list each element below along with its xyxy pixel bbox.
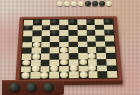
captured-piece-black[interactable] — [9, 83, 20, 92]
white-piece[interactable] — [60, 72, 68, 78]
white-piece[interactable] — [51, 66, 59, 72]
board-grid — [20, 19, 117, 79]
captured-pieces-top-tray — [57, 1, 112, 6]
checkers-board — [15, 16, 123, 86]
captured-piece-white[interactable] — [78, 1, 84, 6]
board-square[interactable] — [98, 71, 108, 77]
white-piece[interactable] — [60, 59, 68, 65]
board-square[interactable] — [20, 72, 30, 78]
white-piece[interactable] — [60, 47, 68, 53]
white-piece[interactable] — [79, 71, 87, 77]
board-square[interactable] — [59, 72, 69, 78]
captured-piece-black[interactable] — [26, 83, 37, 92]
white-piece[interactable] — [22, 60, 30, 66]
white-piece[interactable] — [79, 59, 87, 65]
carpet-background — [0, 0, 140, 95]
board-square[interactable] — [107, 71, 117, 77]
captured-piece-white[interactable] — [57, 1, 63, 6]
white-piece[interactable] — [21, 72, 29, 78]
board-square[interactable] — [50, 72, 60, 78]
white-piece[interactable] — [89, 65, 97, 71]
captured-piece-black[interactable] — [92, 1, 98, 6]
captured-pieces-bottom-left-tray — [2, 80, 64, 95]
captured-piece-white[interactable] — [106, 1, 112, 6]
white-piece[interactable] — [31, 66, 39, 72]
white-piece[interactable] — [88, 53, 96, 59]
white-piece[interactable] — [41, 72, 49, 78]
black-piece[interactable] — [97, 47, 105, 53]
captured-piece-black[interactable] — [43, 83, 54, 92]
black-piece[interactable] — [60, 36, 67, 42]
board-square[interactable] — [40, 72, 50, 78]
white-piece[interactable] — [32, 42, 40, 48]
board-square[interactable] — [69, 72, 79, 78]
captured-piece-white[interactable] — [71, 1, 77, 6]
white-piece[interactable] — [70, 65, 78, 71]
board-square[interactable] — [30, 72, 40, 78]
board-square[interactable] — [78, 72, 88, 78]
captured-piece-white[interactable] — [64, 1, 70, 6]
white-piece[interactable] — [32, 54, 40, 60]
captured-piece-black[interactable] — [99, 1, 105, 6]
captured-piece-black[interactable] — [85, 1, 91, 6]
board-square[interactable] — [88, 72, 98, 78]
